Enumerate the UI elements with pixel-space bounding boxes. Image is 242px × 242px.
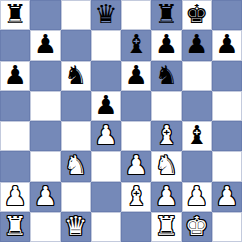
square-b8[interactable] — [30, 0, 60, 30]
square-c8[interactable] — [61, 0, 91, 30]
square-a5[interactable] — [0, 91, 30, 121]
square-e8[interactable] — [121, 0, 151, 30]
square-c6[interactable]: ♞ — [61, 61, 91, 91]
square-h7[interactable]: ♟ — [212, 30, 242, 60]
piece-white-pawn: ♟ — [124, 152, 147, 178]
piece-white-pawn: ♟ — [94, 122, 117, 148]
square-c7[interactable] — [61, 30, 91, 60]
square-a7[interactable] — [0, 30, 30, 60]
chess-board: ♜♛♜♚♟♝♟♟♟♟♞♟♞♟♟♝♝♞♟♞♟♟♝♟♟♟♜♛♜♚ — [0, 0, 242, 242]
square-a6[interactable]: ♟ — [0, 61, 30, 91]
square-e1[interactable] — [121, 212, 151, 242]
square-b2[interactable]: ♟ — [30, 182, 60, 212]
square-g3[interactable] — [182, 151, 212, 181]
square-h4[interactable] — [212, 121, 242, 151]
square-a2[interactable]: ♟ — [0, 182, 30, 212]
square-g6[interactable] — [182, 61, 212, 91]
piece-white-queen: ♛ — [64, 213, 87, 239]
square-d5[interactable]: ♟ — [91, 91, 121, 121]
square-e6[interactable]: ♟ — [121, 61, 151, 91]
square-h1[interactable] — [212, 212, 242, 242]
piece-black-knight: ♞ — [64, 62, 87, 88]
piece-black-king: ♚ — [185, 1, 208, 27]
piece-black-bishop: ♝ — [124, 31, 147, 57]
square-b3[interactable] — [30, 151, 60, 181]
piece-white-rook: ♜ — [155, 213, 178, 239]
square-f3[interactable]: ♞ — [151, 151, 181, 181]
square-d2[interactable] — [91, 182, 121, 212]
square-b1[interactable] — [30, 212, 60, 242]
square-f8[interactable]: ♜ — [151, 0, 181, 30]
square-h8[interactable] — [212, 0, 242, 30]
piece-black-queen: ♛ — [94, 1, 117, 27]
piece-white-knight: ♞ — [155, 152, 178, 178]
square-d7[interactable] — [91, 30, 121, 60]
square-h5[interactable] — [212, 91, 242, 121]
square-c1[interactable]: ♛ — [61, 212, 91, 242]
square-d6[interactable] — [91, 61, 121, 91]
piece-white-pawn: ♟ — [155, 183, 178, 209]
piece-white-rook: ♜ — [3, 213, 26, 239]
square-g2[interactable]: ♟ — [182, 182, 212, 212]
square-c3[interactable]: ♞ — [61, 151, 91, 181]
square-b5[interactable] — [30, 91, 60, 121]
square-e4[interactable] — [121, 121, 151, 151]
square-d1[interactable] — [91, 212, 121, 242]
square-d3[interactable] — [91, 151, 121, 181]
piece-black-rook: ♜ — [3, 1, 26, 27]
square-a1[interactable]: ♜ — [0, 212, 30, 242]
square-e7[interactable]: ♝ — [121, 30, 151, 60]
square-h6[interactable] — [212, 61, 242, 91]
piece-white-king: ♚ — [185, 213, 208, 239]
piece-black-pawn: ♟ — [185, 31, 208, 57]
square-e5[interactable] — [121, 91, 151, 121]
square-a8[interactable]: ♜ — [0, 0, 30, 30]
square-g7[interactable]: ♟ — [182, 30, 212, 60]
square-b4[interactable] — [30, 121, 60, 151]
piece-white-pawn: ♟ — [215, 183, 238, 209]
square-g8[interactable]: ♚ — [182, 0, 212, 30]
square-g1[interactable]: ♚ — [182, 212, 212, 242]
piece-black-rook: ♜ — [155, 1, 178, 27]
piece-black-pawn: ♟ — [94, 92, 117, 118]
piece-white-bishop: ♝ — [155, 122, 178, 148]
piece-white-bishop: ♝ — [124, 183, 147, 209]
piece-black-pawn: ♟ — [155, 31, 178, 57]
square-d8[interactable]: ♛ — [91, 0, 121, 30]
square-a4[interactable] — [0, 121, 30, 151]
square-c4[interactable] — [61, 121, 91, 151]
piece-black-pawn: ♟ — [34, 31, 57, 57]
piece-white-pawn: ♟ — [185, 183, 208, 209]
square-f4[interactable]: ♝ — [151, 121, 181, 151]
square-c2[interactable] — [61, 182, 91, 212]
square-b7[interactable]: ♟ — [30, 30, 60, 60]
square-f7[interactable]: ♟ — [151, 30, 181, 60]
square-f1[interactable]: ♜ — [151, 212, 181, 242]
square-c5[interactable] — [61, 91, 91, 121]
piece-black-bishop: ♝ — [185, 122, 208, 148]
square-d4[interactable]: ♟ — [91, 121, 121, 151]
piece-white-pawn: ♟ — [3, 183, 26, 209]
square-h2[interactable]: ♟ — [212, 182, 242, 212]
square-g4[interactable]: ♝ — [182, 121, 212, 151]
square-h3[interactable] — [212, 151, 242, 181]
square-g5[interactable] — [182, 91, 212, 121]
square-f2[interactable]: ♟ — [151, 182, 181, 212]
piece-white-knight: ♞ — [64, 152, 87, 178]
square-f5[interactable] — [151, 91, 181, 121]
piece-black-pawn: ♟ — [3, 62, 26, 88]
piece-black-pawn: ♟ — [215, 31, 238, 57]
square-e3[interactable]: ♟ — [121, 151, 151, 181]
piece-white-pawn: ♟ — [34, 183, 57, 209]
piece-black-knight: ♞ — [155, 62, 178, 88]
square-f6[interactable]: ♞ — [151, 61, 181, 91]
piece-black-pawn: ♟ — [124, 62, 147, 88]
square-e2[interactable]: ♝ — [121, 182, 151, 212]
square-b6[interactable] — [30, 61, 60, 91]
square-a3[interactable] — [0, 151, 30, 181]
